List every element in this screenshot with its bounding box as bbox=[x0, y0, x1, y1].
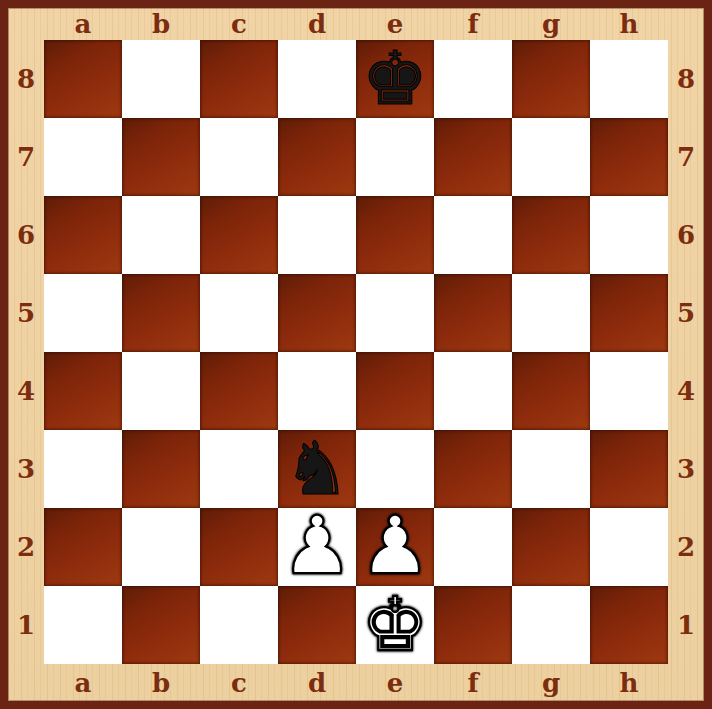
square-f3[interactable] bbox=[434, 430, 512, 508]
rank-label-1-left: 1 bbox=[8, 586, 44, 664]
square-f1[interactable] bbox=[434, 586, 512, 664]
square-g7[interactable] bbox=[512, 118, 590, 196]
square-a4[interactable] bbox=[44, 352, 122, 430]
square-c3[interactable] bbox=[200, 430, 278, 508]
rank-label-5-right: 5 bbox=[668, 274, 704, 352]
square-g6[interactable] bbox=[512, 196, 590, 274]
black-king-piece[interactable]: ♚ bbox=[362, 41, 428, 115]
square-c4[interactable] bbox=[200, 352, 278, 430]
file-label-e-bottom: e bbox=[356, 664, 434, 701]
square-e8[interactable]: ♚ bbox=[356, 40, 434, 118]
square-e1[interactable]: ♚ bbox=[356, 586, 434, 664]
square-g3[interactable] bbox=[512, 430, 590, 508]
file-label-g-top: g bbox=[512, 8, 590, 40]
black-knight-piece[interactable]: ♞ bbox=[284, 431, 350, 505]
white-pawn-piece[interactable]: ♟ bbox=[281, 506, 353, 586]
square-a5[interactable] bbox=[44, 274, 122, 352]
square-f8[interactable] bbox=[434, 40, 512, 118]
square-d2[interactable]: ♟ bbox=[278, 508, 356, 586]
file-label-h-top: h bbox=[590, 8, 668, 40]
square-a3[interactable] bbox=[44, 430, 122, 508]
square-e2[interactable]: ♟ bbox=[356, 508, 434, 586]
square-b5[interactable] bbox=[122, 274, 200, 352]
rank-label-2-left: 2 bbox=[8, 508, 44, 586]
file-label-d-top: d bbox=[278, 8, 356, 40]
square-a8[interactable] bbox=[44, 40, 122, 118]
frame-corner bbox=[8, 664, 44, 701]
square-b2[interactable] bbox=[122, 508, 200, 586]
square-e7[interactable] bbox=[356, 118, 434, 196]
frame-corner bbox=[8, 8, 44, 40]
square-h5[interactable] bbox=[590, 274, 668, 352]
square-h2[interactable] bbox=[590, 508, 668, 586]
file-label-f-top: f bbox=[434, 8, 512, 40]
square-b8[interactable] bbox=[122, 40, 200, 118]
square-a6[interactable] bbox=[44, 196, 122, 274]
square-f4[interactable] bbox=[434, 352, 512, 430]
rank-label-7-left: 7 bbox=[8, 118, 44, 196]
square-d5[interactable] bbox=[278, 274, 356, 352]
chess-board: abcdefgh8♚8776655443♞32♟♟21♚1abcdefgh bbox=[0, 0, 712, 709]
square-e3[interactable] bbox=[356, 430, 434, 508]
square-c2[interactable] bbox=[200, 508, 278, 586]
square-g5[interactable] bbox=[512, 274, 590, 352]
white-king-piece[interactable]: ♚ bbox=[362, 587, 428, 661]
file-label-c-bottom: c bbox=[200, 664, 278, 701]
square-g8[interactable] bbox=[512, 40, 590, 118]
rank-label-8-left: 8 bbox=[8, 40, 44, 118]
rank-label-1-right: 1 bbox=[668, 586, 704, 664]
rank-label-4-right: 4 bbox=[668, 352, 704, 430]
rank-label-3-left: 3 bbox=[8, 430, 44, 508]
file-label-c-top: c bbox=[200, 8, 278, 40]
square-h7[interactable] bbox=[590, 118, 668, 196]
file-label-f-bottom: f bbox=[434, 664, 512, 701]
square-c8[interactable] bbox=[200, 40, 278, 118]
square-d6[interactable] bbox=[278, 196, 356, 274]
rank-label-6-left: 6 bbox=[8, 196, 44, 274]
square-b3[interactable] bbox=[122, 430, 200, 508]
white-pawn-piece[interactable]: ♟ bbox=[359, 506, 431, 586]
file-label-a-bottom: a bbox=[44, 664, 122, 701]
rank-label-5-left: 5 bbox=[8, 274, 44, 352]
square-a7[interactable] bbox=[44, 118, 122, 196]
file-label-d-bottom: d bbox=[278, 664, 356, 701]
square-h1[interactable] bbox=[590, 586, 668, 664]
rank-label-3-right: 3 bbox=[668, 430, 704, 508]
square-b7[interactable] bbox=[122, 118, 200, 196]
rank-label-4-left: 4 bbox=[8, 352, 44, 430]
rank-label-8-right: 8 bbox=[668, 40, 704, 118]
square-h3[interactable] bbox=[590, 430, 668, 508]
square-d1[interactable] bbox=[278, 586, 356, 664]
file-label-b-bottom: b bbox=[122, 664, 200, 701]
frame-corner bbox=[668, 664, 704, 701]
square-e6[interactable] bbox=[356, 196, 434, 274]
square-e4[interactable] bbox=[356, 352, 434, 430]
square-d7[interactable] bbox=[278, 118, 356, 196]
frame-corner bbox=[668, 8, 704, 40]
square-g1[interactable] bbox=[512, 586, 590, 664]
file-label-b-top: b bbox=[122, 8, 200, 40]
square-h4[interactable] bbox=[590, 352, 668, 430]
square-a1[interactable] bbox=[44, 586, 122, 664]
square-g2[interactable] bbox=[512, 508, 590, 586]
square-f2[interactable] bbox=[434, 508, 512, 586]
square-f7[interactable] bbox=[434, 118, 512, 196]
square-b1[interactable] bbox=[122, 586, 200, 664]
square-g4[interactable] bbox=[512, 352, 590, 430]
square-a2[interactable] bbox=[44, 508, 122, 586]
square-c5[interactable] bbox=[200, 274, 278, 352]
square-h6[interactable] bbox=[590, 196, 668, 274]
square-c1[interactable] bbox=[200, 586, 278, 664]
square-b6[interactable] bbox=[122, 196, 200, 274]
square-e5[interactable] bbox=[356, 274, 434, 352]
square-c7[interactable] bbox=[200, 118, 278, 196]
rank-label-6-right: 6 bbox=[668, 196, 704, 274]
rank-label-2-right: 2 bbox=[668, 508, 704, 586]
square-b4[interactable] bbox=[122, 352, 200, 430]
file-label-a-top: a bbox=[44, 8, 122, 40]
rank-label-7-right: 7 bbox=[668, 118, 704, 196]
square-f6[interactable] bbox=[434, 196, 512, 274]
file-label-h-bottom: h bbox=[590, 664, 668, 701]
square-c6[interactable] bbox=[200, 196, 278, 274]
square-d3[interactable]: ♞ bbox=[278, 430, 356, 508]
square-d8[interactable] bbox=[278, 40, 356, 118]
square-h8[interactable] bbox=[590, 40, 668, 118]
square-f5[interactable] bbox=[434, 274, 512, 352]
square-d4[interactable] bbox=[278, 352, 356, 430]
file-label-g-bottom: g bbox=[512, 664, 590, 701]
